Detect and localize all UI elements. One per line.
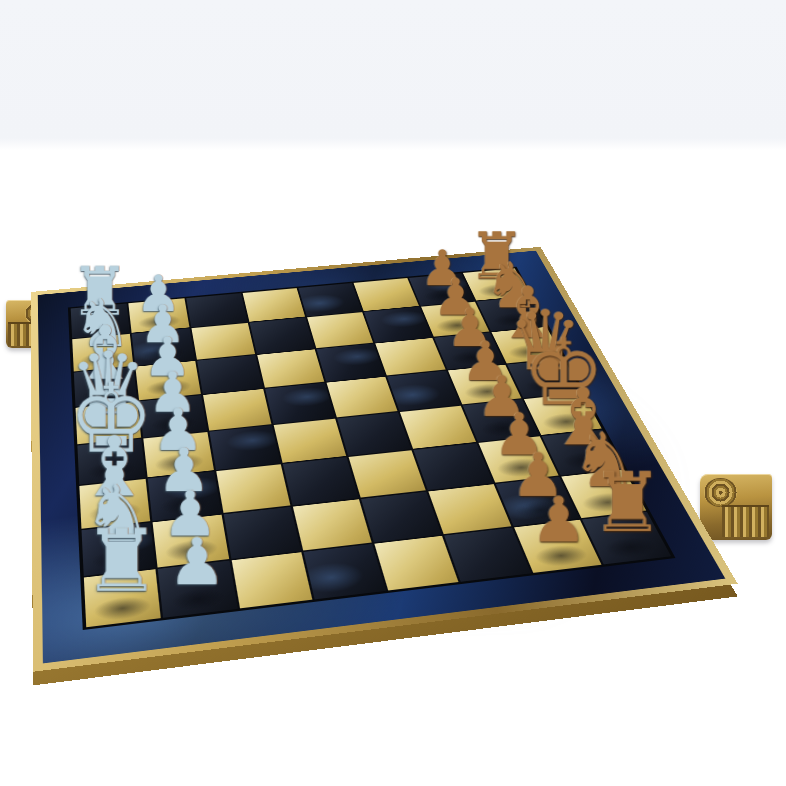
square-g3 (223, 507, 300, 559)
square-e5 (337, 412, 411, 456)
square-h1: ♜ (84, 569, 161, 627)
column-flutes-icon (722, 505, 770, 537)
square-f4 (283, 457, 359, 505)
board-inner-frame: ♜♟♟♜♞♟♟♞♝♟♟♝♛♟♟♛♚♟♟♚♝♟♟♝♞♟♟♞♜♟♟♜ (68, 267, 676, 630)
board-foot-right-icon (700, 474, 772, 540)
square-b5 (307, 312, 373, 348)
square-b3 (191, 323, 255, 359)
product-photo-scene: ♜♟♟♜♞♟♟♞♝♟♟♝♛♟♟♛♚♟♟♚♝♟♟♝♞♟♟♞♜♟♟♜ (0, 0, 786, 786)
square-d3 (203, 389, 272, 431)
square-d5 (326, 377, 397, 418)
square-f5 (349, 450, 426, 497)
piece-white-pawn-h2: ♟ (168, 530, 227, 592)
piece-white-rook-h1: ♜ (83, 519, 161, 602)
square-c5 (316, 343, 385, 381)
square-a5 (298, 283, 362, 316)
volute-scroll-icon (704, 478, 737, 507)
square-h2: ♟ (158, 560, 237, 617)
square-d6 (387, 371, 460, 411)
board-squares-grid: ♜♟♟♜♞♟♟♞♝♟♟♝♛♟♟♛♚♟♟♚♝♟♟♝♞♟♟♞♜♟♟♜ (71, 268, 671, 627)
square-f3 (216, 464, 290, 512)
square-e3 (209, 425, 280, 470)
square-c4 (257, 349, 324, 387)
square-h4 (303, 544, 386, 600)
piece-black-rook-h8: ♜ (590, 463, 664, 542)
square-b4 (249, 318, 314, 354)
square-e4 (273, 419, 346, 463)
square-g4 (293, 499, 372, 550)
square-d4 (265, 383, 335, 424)
square-a3 (186, 293, 248, 327)
square-g5 (361, 491, 442, 542)
square-h5 (374, 536, 458, 591)
square-a6 (354, 278, 419, 311)
square-c3 (197, 355, 263, 394)
piece-black-pawn-h7: ♟ (530, 489, 586, 549)
square-f6 (414, 443, 493, 489)
square-c6 (375, 338, 445, 376)
square-h3 (231, 552, 312, 608)
square-h7: ♟ (514, 520, 602, 573)
square-a4 (242, 288, 305, 322)
square-b6 (364, 307, 431, 342)
